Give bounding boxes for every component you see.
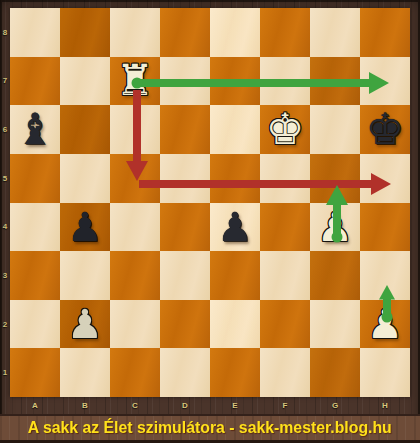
square-a6[interactable]: ♝ bbox=[10, 105, 60, 154]
square-d6[interactable] bbox=[160, 105, 210, 154]
square-c1[interactable] bbox=[110, 348, 160, 397]
rank-label-5: 5 bbox=[0, 154, 10, 203]
square-f5[interactable] bbox=[260, 154, 310, 203]
square-f8[interactable] bbox=[260, 8, 310, 57]
square-f3[interactable] bbox=[260, 251, 310, 300]
chess-board[interactable]: ♜♝♚♚♟♟♟♟♟ bbox=[10, 8, 410, 397]
rank-label-7: 7 bbox=[0, 57, 10, 106]
square-e6[interactable] bbox=[210, 105, 260, 154]
file-label-e: E bbox=[210, 397, 260, 414]
square-g7[interactable] bbox=[310, 57, 360, 106]
piece-black-pawn-b4[interactable]: ♟ bbox=[60, 203, 110, 252]
square-a2[interactable] bbox=[10, 300, 60, 349]
square-g2[interactable] bbox=[310, 300, 360, 349]
file-label-c: C bbox=[110, 397, 160, 414]
square-c3[interactable] bbox=[110, 251, 160, 300]
rank-label-2: 2 bbox=[0, 300, 10, 349]
square-e2[interactable] bbox=[210, 300, 260, 349]
square-c7[interactable]: ♜ bbox=[110, 57, 160, 106]
file-label-a: A bbox=[10, 397, 60, 414]
square-f2[interactable] bbox=[260, 300, 310, 349]
square-e1[interactable] bbox=[210, 348, 260, 397]
square-c8[interactable] bbox=[110, 8, 160, 57]
square-b8[interactable] bbox=[60, 8, 110, 57]
square-d1[interactable] bbox=[160, 348, 210, 397]
rank-label-4: 4 bbox=[0, 203, 10, 252]
square-d7[interactable] bbox=[160, 57, 210, 106]
square-a4[interactable] bbox=[10, 203, 60, 252]
square-h3[interactable] bbox=[360, 251, 410, 300]
square-b1[interactable] bbox=[60, 348, 110, 397]
square-a5[interactable] bbox=[10, 154, 60, 203]
square-g8[interactable] bbox=[310, 8, 360, 57]
chess-diagram: 87654321 ♜♝♚♚♟♟♟♟♟ ABCDEFGH A sakk az Él… bbox=[0, 0, 420, 443]
piece-white-rook-c7[interactable]: ♜ bbox=[110, 57, 160, 106]
square-e7[interactable] bbox=[210, 57, 260, 106]
square-e3[interactable] bbox=[210, 251, 260, 300]
square-g5[interactable] bbox=[310, 154, 360, 203]
square-a8[interactable] bbox=[10, 8, 60, 57]
file-label-d: D bbox=[160, 397, 210, 414]
file-label-h: H bbox=[360, 397, 410, 414]
file-label-f: F bbox=[260, 397, 310, 414]
square-a1[interactable] bbox=[10, 348, 60, 397]
rank-label-1: 1 bbox=[0, 348, 10, 397]
square-e8[interactable] bbox=[210, 8, 260, 57]
caption-text: A sakk az Élet szimulátora - sakk-mester… bbox=[28, 418, 392, 438]
square-f7[interactable] bbox=[260, 57, 310, 106]
piece-black-bishop-a6[interactable]: ♝ bbox=[10, 105, 60, 154]
square-g3[interactable] bbox=[310, 251, 360, 300]
square-b2[interactable]: ♟ bbox=[60, 300, 110, 349]
piece-white-pawn-h2[interactable]: ♟ bbox=[360, 300, 410, 349]
square-a7[interactable] bbox=[10, 57, 60, 106]
square-e4[interactable]: ♟ bbox=[210, 203, 260, 252]
square-h8[interactable] bbox=[360, 8, 410, 57]
square-b6[interactable] bbox=[60, 105, 110, 154]
square-d2[interactable] bbox=[160, 300, 210, 349]
square-g1[interactable] bbox=[310, 348, 360, 397]
square-f1[interactable] bbox=[260, 348, 310, 397]
square-e5[interactable] bbox=[210, 154, 260, 203]
square-c4[interactable] bbox=[110, 203, 160, 252]
file-label-g: G bbox=[310, 397, 360, 414]
square-d8[interactable] bbox=[160, 8, 210, 57]
square-h7[interactable] bbox=[360, 57, 410, 106]
square-d5[interactable] bbox=[160, 154, 210, 203]
file-label-b: B bbox=[60, 397, 110, 414]
rank-label-6: 6 bbox=[0, 105, 10, 154]
piece-black-king-h6[interactable]: ♚ bbox=[360, 105, 410, 154]
piece-white-king-f6[interactable]: ♚ bbox=[260, 105, 310, 154]
caption-bar: A sakk az Élet szimulátora - sakk-mester… bbox=[0, 414, 420, 443]
square-f6[interactable]: ♚ bbox=[260, 105, 310, 154]
rank-label-8: 8 bbox=[0, 8, 10, 57]
square-h1[interactable] bbox=[360, 348, 410, 397]
piece-black-pawn-e4[interactable]: ♟ bbox=[210, 203, 260, 252]
square-h2[interactable]: ♟ bbox=[360, 300, 410, 349]
square-f4[interactable] bbox=[260, 203, 310, 252]
square-b7[interactable] bbox=[60, 57, 110, 106]
piece-white-pawn-g4[interactable]: ♟ bbox=[310, 203, 360, 252]
file-labels: ABCDEFGH bbox=[10, 397, 410, 414]
square-b4[interactable]: ♟ bbox=[60, 203, 110, 252]
rank-label-3: 3 bbox=[0, 251, 10, 300]
square-c5[interactable] bbox=[110, 154, 160, 203]
piece-white-pawn-b2[interactable]: ♟ bbox=[60, 300, 110, 349]
square-d4[interactable] bbox=[160, 203, 210, 252]
square-c2[interactable] bbox=[110, 300, 160, 349]
square-b3[interactable] bbox=[60, 251, 110, 300]
square-g4[interactable]: ♟ bbox=[310, 203, 360, 252]
square-a3[interactable] bbox=[10, 251, 60, 300]
rank-labels: 87654321 bbox=[0, 8, 10, 397]
square-b5[interactable] bbox=[60, 154, 110, 203]
square-d3[interactable] bbox=[160, 251, 210, 300]
square-h5[interactable] bbox=[360, 154, 410, 203]
square-h6[interactable]: ♚ bbox=[360, 105, 410, 154]
square-c6[interactable] bbox=[110, 105, 160, 154]
square-h4[interactable] bbox=[360, 203, 410, 252]
square-g6[interactable] bbox=[310, 105, 360, 154]
